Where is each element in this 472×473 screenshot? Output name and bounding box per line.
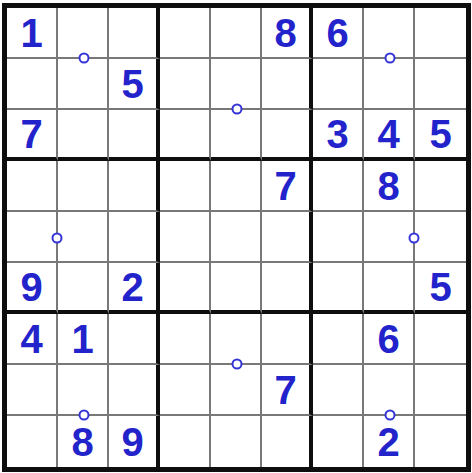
given-r8c6[interactable]: 7 — [262, 365, 313, 416]
cell-r7c6[interactable] — [262, 314, 313, 365]
cell-r7c3[interactable] — [109, 314, 160, 365]
consecutive-dot — [78, 53, 89, 64]
cell-r3c3[interactable] — [109, 110, 160, 161]
cell-r3c6[interactable] — [262, 110, 313, 161]
given-r9c9[interactable] — [415, 416, 466, 467]
cell-r4c7[interactable] — [313, 161, 364, 212]
page: 18657345789254167892 — [0, 0, 472, 472]
given-r1c6[interactable]: 8 — [262, 8, 313, 59]
cell-r8c5[interactable] — [211, 365, 262, 416]
cell-r7c4[interactable] — [160, 314, 211, 365]
given-r4c6[interactable]: 7 — [262, 161, 313, 212]
given-r7c8[interactable]: 6 — [364, 314, 415, 365]
given-r6c1[interactable]: 9 — [7, 263, 58, 314]
cell-r7c7[interactable] — [313, 314, 364, 365]
consecutive-dot — [78, 410, 89, 421]
cell-r1c8[interactable] — [364, 8, 415, 59]
cell-r2c8[interactable] — [364, 59, 415, 110]
cell-r5c8[interactable] — [364, 212, 415, 263]
cell-r1c3[interactable] — [109, 8, 160, 59]
cell-r5c1[interactable] — [7, 212, 58, 263]
given-r3c7[interactable]: 3 — [313, 110, 364, 161]
cell-r4c1[interactable] — [7, 161, 58, 212]
cell-r8c2[interactable] — [58, 365, 109, 416]
cell-r9c5[interactable] — [211, 416, 262, 467]
cell-r2c5[interactable] — [211, 59, 262, 110]
cell-r6c2[interactable] — [58, 263, 109, 314]
consecutive-dot — [384, 53, 395, 64]
cell-r2c4[interactable] — [160, 59, 211, 110]
given-r3c1[interactable]: 7 — [7, 110, 58, 161]
cell-r5c7[interactable] — [313, 212, 364, 263]
given-r9c8[interactable]: 2 — [364, 416, 415, 467]
cell-r6c7[interactable] — [313, 263, 364, 314]
given-r1c7[interactable]: 6 — [313, 8, 364, 59]
given-r6c3[interactable]: 2 — [109, 263, 160, 314]
cell-r5c9[interactable] — [415, 212, 466, 263]
cell-r1c2[interactable] — [58, 8, 109, 59]
cell-r8c8[interactable] — [364, 365, 415, 416]
cell-r2c6[interactable] — [262, 59, 313, 110]
cell-r7c9[interactable] — [415, 314, 466, 365]
cell-r4c3[interactable] — [109, 161, 160, 212]
given-r2c3[interactable]: 5 — [109, 59, 160, 110]
cell-r9c1[interactable] — [7, 416, 58, 467]
cell-r1c4[interactable] — [160, 8, 211, 59]
cell-r3c5[interactable] — [211, 110, 262, 161]
cell-r9c4[interactable] — [160, 416, 211, 467]
cell-r9c7[interactable] — [313, 416, 364, 467]
given-r7c1[interactable]: 4 — [7, 314, 58, 365]
cell-r8c3[interactable] — [109, 365, 160, 416]
cell-r1c5[interactable] — [211, 8, 262, 59]
cell-r3c4[interactable] — [160, 110, 211, 161]
cell-r9c6[interactable] — [262, 416, 313, 467]
cell-r8c4[interactable] — [160, 365, 211, 416]
cell-r6c4[interactable] — [160, 263, 211, 314]
consecutive-dot — [231, 359, 242, 370]
cell-r1c9[interactable] — [415, 8, 466, 59]
cell-r6c6[interactable] — [262, 263, 313, 314]
cell-r6c8[interactable] — [364, 263, 415, 314]
cell-r2c2[interactable] — [58, 59, 109, 110]
cell-r5c4[interactable] — [160, 212, 211, 263]
given-r3c9[interactable]: 5 — [415, 110, 466, 161]
sudoku-board: 18657345789254167892 — [2, 3, 471, 472]
given-r1c1[interactable]: 1 — [7, 8, 58, 59]
cell-r3c2[interactable] — [58, 110, 109, 161]
cell-r7c5[interactable] — [211, 314, 262, 365]
consecutive-dot — [384, 410, 395, 421]
given-r9c2[interactable]: 8 — [58, 416, 109, 467]
cell-r2c9[interactable] — [415, 59, 466, 110]
cell-r4c2[interactable] — [58, 161, 109, 212]
cell-r5c5[interactable] — [211, 212, 262, 263]
consecutive-dot — [52, 232, 63, 243]
given-r3c8[interactable]: 4 — [364, 110, 415, 161]
given-r6c9[interactable]: 5 — [415, 263, 466, 314]
consecutive-dot — [231, 104, 242, 115]
given-r9c3[interactable]: 9 — [109, 416, 160, 467]
cell-r4c4[interactable] — [160, 161, 211, 212]
cell-r8c9[interactable] — [415, 365, 466, 416]
cell-r8c7[interactable] — [313, 365, 364, 416]
given-r4c8[interactable]: 8 — [364, 161, 415, 212]
cell-r2c7[interactable] — [313, 59, 364, 110]
cell-r8c1[interactable] — [7, 365, 58, 416]
consecutive-dot — [409, 232, 420, 243]
given-r7c2[interactable]: 1 — [58, 314, 109, 365]
cell-r5c2[interactable] — [58, 212, 109, 263]
cell-r5c6[interactable] — [262, 212, 313, 263]
cell-r4c5[interactable] — [211, 161, 262, 212]
cell-r5c3[interactable] — [109, 212, 160, 263]
cell-r6c5[interactable] — [211, 263, 262, 314]
cell-r2c1[interactable] — [7, 59, 58, 110]
cell-r4c9[interactable] — [415, 161, 466, 212]
